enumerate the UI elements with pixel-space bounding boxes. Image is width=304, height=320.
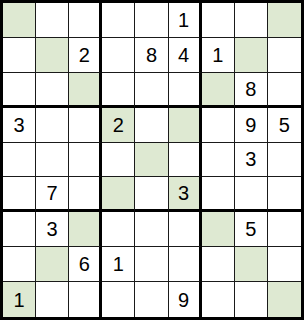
cell-r6c8[interactable] bbox=[235, 177, 268, 212]
cell-r8c8[interactable] bbox=[235, 247, 268, 282]
cell-r7c7[interactable] bbox=[202, 212, 235, 247]
cell-r1c8[interactable] bbox=[235, 3, 268, 38]
cell-r8c2[interactable] bbox=[36, 247, 69, 282]
cell-r7c5[interactable] bbox=[135, 212, 168, 247]
cell-r1c7[interactable] bbox=[202, 3, 235, 38]
cell-r4c9[interactable]: 5 bbox=[268, 108, 301, 143]
cell-r3c7[interactable] bbox=[202, 73, 235, 108]
cell-r9c9[interactable] bbox=[268, 282, 301, 317]
cell-r5c5[interactable] bbox=[135, 143, 168, 178]
cell-r6c9[interactable] bbox=[268, 177, 301, 212]
cell-r7c1[interactable] bbox=[3, 212, 36, 247]
cell-r2c7[interactable]: 1 bbox=[202, 38, 235, 73]
cell-r2c4[interactable] bbox=[102, 38, 135, 73]
cell-r6c7[interactable] bbox=[202, 177, 235, 212]
cell-r6c3[interactable] bbox=[69, 177, 102, 212]
cell-r2c8[interactable] bbox=[235, 38, 268, 73]
cell-r4c6[interactable] bbox=[169, 108, 202, 143]
cell-r3c8[interactable]: 8 bbox=[235, 73, 268, 108]
cell-r3c9[interactable] bbox=[268, 73, 301, 108]
cell-r8c9[interactable] bbox=[268, 247, 301, 282]
cell-r5c2[interactable] bbox=[36, 143, 69, 178]
cell-r2c5[interactable]: 8 bbox=[135, 38, 168, 73]
cell-r2c1[interactable] bbox=[3, 38, 36, 73]
cell-r5c1[interactable] bbox=[3, 143, 36, 178]
cell-r2c6[interactable]: 4 bbox=[169, 38, 202, 73]
cell-r7c3[interactable] bbox=[69, 212, 102, 247]
cell-r4c4[interactable]: 2 bbox=[102, 108, 135, 143]
cell-r9c3[interactable] bbox=[69, 282, 102, 317]
cell-r9c5[interactable] bbox=[135, 282, 168, 317]
cell-r5c4[interactable] bbox=[102, 143, 135, 178]
cell-r3c6[interactable] bbox=[169, 73, 202, 108]
cell-r4c2[interactable] bbox=[36, 108, 69, 143]
cell-r4c1[interactable]: 3 bbox=[3, 108, 36, 143]
cell-r1c1[interactable] bbox=[3, 3, 36, 38]
cell-r1c3[interactable] bbox=[69, 3, 102, 38]
cell-r9c6[interactable]: 9 bbox=[169, 282, 202, 317]
cell-r5c7[interactable] bbox=[202, 143, 235, 178]
cell-r1c2[interactable] bbox=[36, 3, 69, 38]
cell-r1c5[interactable] bbox=[135, 3, 168, 38]
cell-r1c4[interactable] bbox=[102, 3, 135, 38]
cell-r7c9[interactable] bbox=[268, 212, 301, 247]
cell-r6c5[interactable] bbox=[135, 177, 168, 212]
cell-r4c5[interactable] bbox=[135, 108, 168, 143]
cell-r2c3[interactable]: 2 bbox=[69, 38, 102, 73]
cell-r8c6[interactable] bbox=[169, 247, 202, 282]
cell-r3c5[interactable] bbox=[135, 73, 168, 108]
cell-r4c7[interactable] bbox=[202, 108, 235, 143]
cell-r5c3[interactable] bbox=[69, 143, 102, 178]
cell-r6c4[interactable] bbox=[102, 177, 135, 212]
cell-r9c7[interactable] bbox=[202, 282, 235, 317]
cell-r8c1[interactable] bbox=[3, 247, 36, 282]
cell-r3c2[interactable] bbox=[36, 73, 69, 108]
sudoku-page: 1284183295373356119 bbox=[0, 0, 304, 320]
cell-r3c1[interactable] bbox=[3, 73, 36, 108]
cell-r8c3[interactable]: 6 bbox=[69, 247, 102, 282]
cell-r5c8[interactable]: 3 bbox=[235, 143, 268, 178]
cell-r9c2[interactable] bbox=[36, 282, 69, 317]
cell-r6c1[interactable] bbox=[3, 177, 36, 212]
cell-r5c6[interactable] bbox=[169, 143, 202, 178]
cell-r9c1[interactable]: 1 bbox=[3, 282, 36, 317]
cell-r4c8[interactable]: 9 bbox=[235, 108, 268, 143]
cell-r3c4[interactable] bbox=[102, 73, 135, 108]
cell-r8c7[interactable] bbox=[202, 247, 235, 282]
cell-r6c6[interactable]: 3 bbox=[169, 177, 202, 212]
cell-r6c2[interactable]: 7 bbox=[36, 177, 69, 212]
cell-r7c4[interactable] bbox=[102, 212, 135, 247]
cell-r4c3[interactable] bbox=[69, 108, 102, 143]
cell-r1c9[interactable] bbox=[268, 3, 301, 38]
sudoku-board: 1284183295373356119 bbox=[0, 0, 304, 320]
cell-r5c9[interactable] bbox=[268, 143, 301, 178]
cell-r3c3[interactable] bbox=[69, 73, 102, 108]
cell-r8c4[interactable]: 1 bbox=[102, 247, 135, 282]
cell-r2c2[interactable] bbox=[36, 38, 69, 73]
cell-r2c9[interactable] bbox=[268, 38, 301, 73]
cell-r7c6[interactable] bbox=[169, 212, 202, 247]
cell-r9c4[interactable] bbox=[102, 282, 135, 317]
cell-r9c8[interactable] bbox=[235, 282, 268, 317]
cell-r8c5[interactable] bbox=[135, 247, 168, 282]
cell-r7c8[interactable]: 5 bbox=[235, 212, 268, 247]
cell-r7c2[interactable]: 3 bbox=[36, 212, 69, 247]
cell-r1c6[interactable]: 1 bbox=[169, 3, 202, 38]
